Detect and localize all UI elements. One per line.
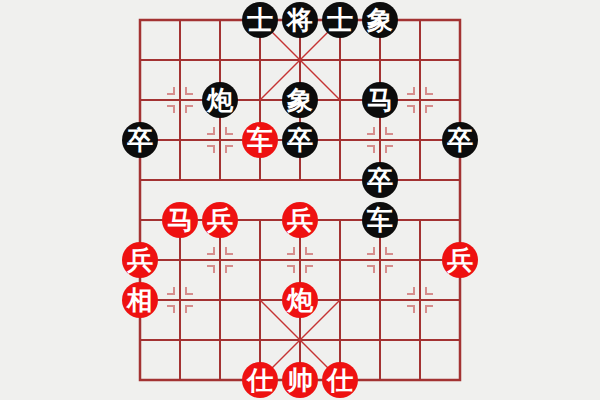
board-point-d4[interactable] — [240, 240, 280, 280]
board-point-h5[interactable] — [400, 200, 440, 240]
board-point-f9[interactable] — [320, 40, 360, 80]
piece-black-horse[interactable]: 马 — [362, 82, 398, 118]
board-point-b6[interactable] — [160, 160, 200, 200]
piece-black-elephant[interactable]: 象 — [282, 82, 318, 118]
piece-red-general[interactable]: 帅 — [282, 362, 318, 398]
piece-black-advisor[interactable]: 士 — [242, 2, 278, 38]
board-point-g6[interactable]: 卒 — [360, 160, 400, 200]
board-point-a4[interactable]: 兵 — [120, 240, 160, 280]
board-point-h7[interactable] — [400, 120, 440, 160]
board-point-c7[interactable] — [200, 120, 240, 160]
board-point-f7[interactable] — [320, 120, 360, 160]
board-point-e9[interactable] — [280, 40, 320, 80]
board-point-g8[interactable]: 马 — [360, 80, 400, 120]
piece-red-elephant[interactable]: 相 — [122, 282, 158, 318]
piece-black-general[interactable]: 将 — [282, 2, 318, 38]
board-point-e2[interactable] — [280, 320, 320, 360]
board-point-a7[interactable]: 卒 — [120, 120, 160, 160]
board-point-g7[interactable] — [360, 120, 400, 160]
board-points[interactable]: 士将士象炮象马卒车卒卒卒马兵兵车兵兵相炮仕帅仕 — [120, 0, 480, 400]
board-point-f5[interactable] — [320, 200, 360, 240]
board-point-i6[interactable] — [440, 160, 480, 200]
board-point-a3[interactable]: 相 — [120, 280, 160, 320]
board-point-d2[interactable] — [240, 320, 280, 360]
board-point-i3[interactable] — [440, 280, 480, 320]
board-point-a6[interactable] — [120, 160, 160, 200]
piece-black-chariot[interactable]: 车 — [362, 202, 398, 238]
board-point-i8[interactable] — [440, 80, 480, 120]
board-point-f2[interactable] — [320, 320, 360, 360]
xiangqi-app: 士将士象炮象马卒车卒卒卒马兵兵车兵兵相炮仕帅仕 — [0, 0, 600, 400]
piece-red-pawn[interactable]: 兵 — [202, 202, 238, 238]
board-point-b10[interactable] — [160, 0, 200, 40]
board-point-b4[interactable] — [160, 240, 200, 280]
board-point-c10[interactable] — [200, 0, 240, 40]
board-point-f4[interactable] — [320, 240, 360, 280]
board-point-c3[interactable] — [200, 280, 240, 320]
board-point-f1[interactable]: 仕 — [320, 360, 360, 400]
board-point-f6[interactable] — [320, 160, 360, 200]
board-point-f10[interactable]: 士 — [320, 0, 360, 40]
board-point-a10[interactable] — [120, 0, 160, 40]
board-point-b5[interactable]: 马 — [160, 200, 200, 240]
board-point-c8[interactable]: 炮 — [200, 80, 240, 120]
board-point-d8[interactable] — [240, 80, 280, 120]
board-point-c6[interactable] — [200, 160, 240, 200]
board-point-a2[interactable] — [120, 320, 160, 360]
piece-red-horse[interactable]: 马 — [162, 202, 198, 238]
board-point-g9[interactable] — [360, 40, 400, 80]
piece-black-pawn[interactable]: 卒 — [122, 122, 158, 158]
board-point-h6[interactable] — [400, 160, 440, 200]
board-point-d7[interactable]: 车 — [240, 120, 280, 160]
board-point-i5[interactable] — [440, 200, 480, 240]
board-point-h2[interactable] — [400, 320, 440, 360]
board-point-e6[interactable] — [280, 160, 320, 200]
piece-red-chariot[interactable]: 车 — [242, 122, 278, 158]
board-point-e1[interactable]: 帅 — [280, 360, 320, 400]
board-point-d5[interactable] — [240, 200, 280, 240]
board-point-g5[interactable]: 车 — [360, 200, 400, 240]
board-point-g1[interactable] — [360, 360, 400, 400]
board-point-e3[interactable]: 炮 — [280, 280, 320, 320]
piece-black-pawn[interactable]: 卒 — [282, 122, 318, 158]
board-point-d3[interactable] — [240, 280, 280, 320]
piece-black-pawn[interactable]: 卒 — [362, 162, 398, 198]
board-point-b3[interactable] — [160, 280, 200, 320]
board-point-i4[interactable]: 兵 — [440, 240, 480, 280]
board-point-e8[interactable]: 象 — [280, 80, 320, 120]
board-point-d10[interactable]: 士 — [240, 0, 280, 40]
board-point-a9[interactable] — [120, 40, 160, 80]
board-point-g4[interactable] — [360, 240, 400, 280]
piece-red-advisor[interactable]: 仕 — [242, 362, 278, 398]
piece-black-elephant[interactable]: 象 — [362, 2, 398, 38]
board-point-b2[interactable] — [160, 320, 200, 360]
board-point-c9[interactable] — [200, 40, 240, 80]
board-point-a5[interactable] — [120, 200, 160, 240]
board-point-d9[interactable] — [240, 40, 280, 80]
board-point-f8[interactable] — [320, 80, 360, 120]
board-point-h3[interactable] — [400, 280, 440, 320]
board-point-h10[interactable] — [400, 0, 440, 40]
board-point-e10[interactable]: 将 — [280, 0, 320, 40]
board-point-b8[interactable] — [160, 80, 200, 120]
board-point-i1[interactable] — [440, 360, 480, 400]
piece-red-advisor[interactable]: 仕 — [322, 362, 358, 398]
board-point-i2[interactable] — [440, 320, 480, 360]
board-point-d1[interactable]: 仕 — [240, 360, 280, 400]
board-point-a1[interactable] — [120, 360, 160, 400]
board-point-g10[interactable]: 象 — [360, 0, 400, 40]
board-point-e7[interactable]: 卒 — [280, 120, 320, 160]
board-point-f3[interactable] — [320, 280, 360, 320]
board-point-c5[interactable]: 兵 — [200, 200, 240, 240]
board-point-b7[interactable] — [160, 120, 200, 160]
board-point-c2[interactable] — [200, 320, 240, 360]
board-point-h9[interactable] — [400, 40, 440, 80]
piece-red-cannon[interactable]: 炮 — [282, 282, 318, 318]
piece-red-pawn[interactable]: 兵 — [282, 202, 318, 238]
board-point-b1[interactable] — [160, 360, 200, 400]
board-point-i10[interactable] — [440, 0, 480, 40]
piece-black-pawn[interactable]: 卒 — [442, 122, 478, 158]
board-point-h1[interactable] — [400, 360, 440, 400]
board-point-c4[interactable] — [200, 240, 240, 280]
board-point-d6[interactable] — [240, 160, 280, 200]
board-point-h4[interactable] — [400, 240, 440, 280]
board-point-g2[interactable] — [360, 320, 400, 360]
board-point-g3[interactable] — [360, 280, 400, 320]
piece-red-pawn[interactable]: 兵 — [442, 242, 478, 278]
piece-black-cannon[interactable]: 炮 — [202, 82, 238, 118]
piece-red-pawn[interactable]: 兵 — [122, 242, 158, 278]
board-point-a8[interactable] — [120, 80, 160, 120]
board-point-b9[interactable] — [160, 40, 200, 80]
piece-black-advisor[interactable]: 士 — [322, 2, 358, 38]
board-point-e4[interactable] — [280, 240, 320, 280]
board-point-h8[interactable] — [400, 80, 440, 120]
board-point-e5[interactable]: 兵 — [280, 200, 320, 240]
board-point-i7[interactable]: 卒 — [440, 120, 480, 160]
board-point-c1[interactable] — [200, 360, 240, 400]
board-point-i9[interactable] — [440, 40, 480, 80]
